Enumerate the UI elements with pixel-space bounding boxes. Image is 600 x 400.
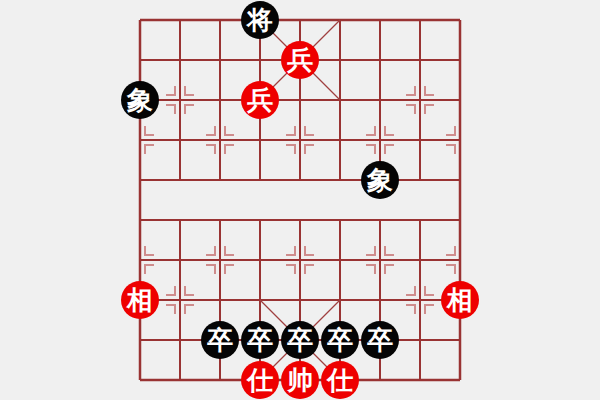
red-advisor[interactable]: 仕 [241, 361, 279, 399]
red-elephant[interactable]: 相 [441, 281, 479, 319]
black-soldier[interactable]: 卒 [281, 321, 319, 359]
black-soldier[interactable]: 卒 [201, 321, 239, 359]
black-soldier[interactable]: 卒 [241, 321, 279, 359]
black-elephant[interactable]: 象 [361, 161, 399, 199]
screenshot-background: 将兵象兵象相相卒卒卒卒卒仕帅仕 [0, 0, 600, 400]
red-advisor[interactable]: 仕 [321, 361, 359, 399]
black-elephant[interactable]: 象 [121, 81, 159, 119]
red-soldier[interactable]: 兵 [281, 41, 319, 79]
xiangqi-board: 将兵象兵象相相卒卒卒卒卒仕帅仕 [120, 0, 480, 400]
black-soldier[interactable]: 卒 [361, 321, 399, 359]
red-soldier[interactable]: 兵 [241, 81, 279, 119]
red-general[interactable]: 帅 [281, 361, 319, 399]
black-general[interactable]: 将 [241, 1, 279, 39]
red-elephant[interactable]: 相 [121, 281, 159, 319]
black-soldier[interactable]: 卒 [321, 321, 359, 359]
